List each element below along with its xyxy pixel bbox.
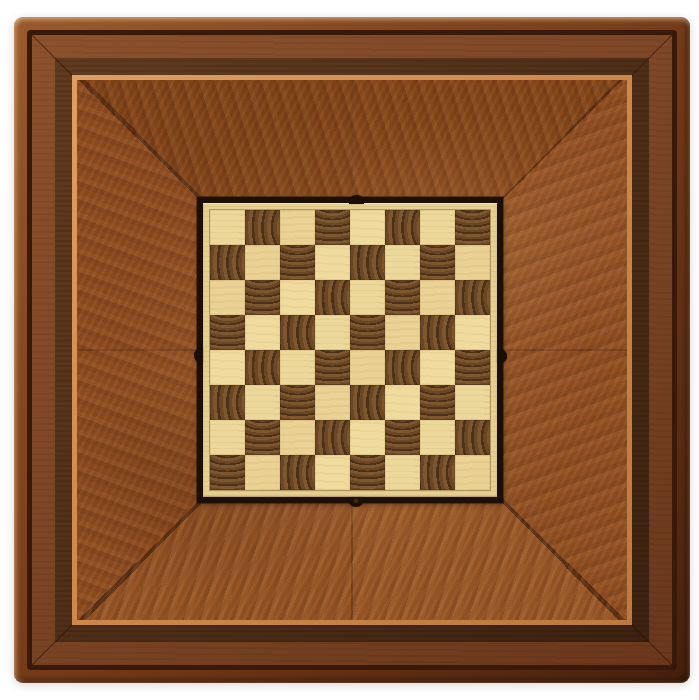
square-d1 (315, 455, 350, 490)
square-b4 (245, 350, 280, 385)
square-g7 (420, 245, 455, 280)
square-h8 (455, 210, 490, 245)
square-h2 (455, 420, 490, 455)
square-b5 (245, 315, 280, 350)
square-d8 (315, 210, 350, 245)
square-g2 (420, 420, 455, 455)
square-a1 (210, 455, 245, 490)
square-f1 (385, 455, 420, 490)
square-h1 (455, 455, 490, 490)
square-c4 (280, 350, 315, 385)
square-d5 (315, 315, 350, 350)
chessboard-insert-panel (197, 197, 503, 503)
square-e3 (350, 385, 385, 420)
square-a6 (210, 280, 245, 315)
square-f5 (385, 315, 420, 350)
square-d2 (315, 420, 350, 455)
square-e1 (350, 455, 385, 490)
square-c6 (280, 280, 315, 315)
square-c5 (280, 315, 315, 350)
square-a2 (210, 420, 245, 455)
insert-latch-top (349, 195, 364, 204)
square-c7 (280, 245, 315, 280)
square-b8 (245, 210, 280, 245)
square-f2 (385, 420, 420, 455)
chessboard (210, 210, 490, 490)
square-e8 (350, 210, 385, 245)
square-a3 (210, 385, 245, 420)
square-b7 (245, 245, 280, 280)
insert-latch-left (194, 348, 203, 363)
square-e7 (350, 245, 385, 280)
square-c2 (280, 420, 315, 455)
square-e4 (350, 350, 385, 385)
square-f3 (385, 385, 420, 420)
square-c8 (280, 210, 315, 245)
square-d7 (315, 245, 350, 280)
square-a5 (210, 315, 245, 350)
square-h3 (455, 385, 490, 420)
square-g5 (420, 315, 455, 350)
product-photo (0, 0, 699, 700)
square-e6 (350, 280, 385, 315)
square-c1 (280, 455, 315, 490)
square-a4 (210, 350, 245, 385)
square-f7 (385, 245, 420, 280)
square-a7 (210, 245, 245, 280)
square-h6 (455, 280, 490, 315)
square-e5 (350, 315, 385, 350)
square-f4 (385, 350, 420, 385)
square-h7 (455, 245, 490, 280)
square-g1 (420, 455, 455, 490)
square-d6 (315, 280, 350, 315)
square-g6 (420, 280, 455, 315)
square-g4 (420, 350, 455, 385)
square-b2 (245, 420, 280, 455)
square-f6 (385, 280, 420, 315)
square-a8 (210, 210, 245, 245)
square-b6 (245, 280, 280, 315)
square-d4 (315, 350, 350, 385)
square-h5 (455, 315, 490, 350)
square-d3 (315, 385, 350, 420)
square-e2 (350, 420, 385, 455)
square-f8 (385, 210, 420, 245)
square-h4 (455, 350, 490, 385)
square-b1 (245, 455, 280, 490)
square-c3 (280, 385, 315, 420)
game-table-top (14, 17, 690, 683)
square-g3 (420, 385, 455, 420)
square-g8 (420, 210, 455, 245)
square-b3 (245, 385, 280, 420)
